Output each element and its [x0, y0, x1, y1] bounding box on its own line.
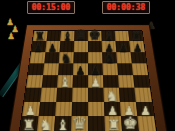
square-c1[interactable]: ♝: [54, 115, 72, 130]
white-knight-f3[interactable]: ♞: [93, 88, 130, 102]
square-h5[interactable]: [131, 63, 147, 75]
square-f6[interactable]: ♞: [102, 51, 117, 62]
square-b3[interactable]: [40, 87, 57, 100]
square-a2[interactable]: ♟: [22, 101, 40, 115]
square-f1[interactable]: ♜: [104, 115, 122, 130]
square-b5[interactable]: [43, 63, 59, 75]
square-c3[interactable]: [56, 87, 72, 100]
square-c6[interactable]: ♞: [58, 51, 73, 62]
square-e5[interactable]: ♟: [88, 63, 103, 75]
square-g4[interactable]: [118, 75, 134, 88]
square-e4[interactable]: ♟: [88, 75, 103, 88]
white-rook-f1[interactable]: ♜: [93, 117, 133, 131]
square-a4[interactable]: [26, 75, 43, 88]
square-f3[interactable]: ♞: [103, 87, 119, 100]
chess-board[interactable]: ♜♝♛♚♝♜♟♟♟♟♟♞♞♟♟♝♟♞♟♟♟♟♜♞♝♛♜♚: [18, 30, 156, 131]
white-pawn-e4[interactable]: ♟: [77, 77, 113, 88]
square-c2[interactable]: [55, 101, 72, 115]
white-bishop-c1[interactable]: ♝: [42, 117, 82, 131]
square-a6[interactable]: [29, 51, 45, 62]
square-a3[interactable]: [24, 87, 41, 100]
square-h7[interactable]: ♟: [129, 41, 144, 52]
square-c8[interactable]: ♝: [60, 31, 74, 41]
square-d7[interactable]: [73, 41, 87, 52]
square-h2[interactable]: ♟: [135, 101, 153, 115]
board-scene: ♜♝♛♚♝♜♟♟♟♟♟♞♞♟♟♝♟♞♟♟♟♟♜♞♝♛♜♚: [0, 10, 175, 131]
game-screen: 00:15:00 00:00:38 ♟♟♟ ♟ ♜♝♛♚♝♜♟♟♟♟♟♞♞♟♟♝…: [0, 0, 175, 131]
board-frame: ♜♝♛♚♝♜♟♟♟♟♟♞♞♟♟♝♟♞♟♟♟♟♜♞♝♛♜♚: [6, 24, 168, 131]
black-rook-h8[interactable]: ♜: [120, 30, 152, 42]
square-c4[interactable]: ♝: [57, 75, 73, 88]
square-d3[interactable]: [72, 87, 88, 100]
square-f8[interactable]: ♝: [101, 31, 115, 41]
black-knight-f6[interactable]: ♞: [92, 51, 126, 64]
square-b7[interactable]: ♟: [45, 41, 60, 52]
black-pawn-e5[interactable]: ♟: [77, 65, 112, 76]
square-h8[interactable]: ♜: [128, 31, 143, 41]
white-pawn-a2[interactable]: ♟: [11, 104, 49, 116]
square-a8[interactable]: ♜: [32, 31, 47, 41]
square-h4[interactable]: [133, 75, 150, 88]
black-bishop-c8[interactable]: ♝: [51, 30, 83, 42]
square-a5[interactable]: [28, 63, 44, 75]
black-knight-c6[interactable]: ♞: [49, 51, 83, 64]
square-h6[interactable]: [130, 51, 146, 62]
square-g5[interactable]: [117, 63, 133, 75]
square-h3[interactable]: [134, 87, 151, 100]
